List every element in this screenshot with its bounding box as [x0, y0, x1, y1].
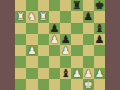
square-c6[interactable] [38, 23, 49, 34]
square-h5[interactable]: ♟ [94, 34, 105, 45]
chess-board: ♜♚♜♞♜♟♟♝♟♟♟♟♟♝♟♟♟♚ [15, 0, 105, 90]
square-b6[interactable] [26, 23, 37, 34]
square-f5[interactable] [71, 34, 82, 45]
square-a8[interactable] [15, 0, 26, 11]
square-c7[interactable]: ♜ [38, 11, 49, 22]
black-pawn-g7[interactable]: ♟ [83, 11, 92, 22]
white-pawn-b4[interactable]: ♟ [27, 45, 36, 56]
black-king-h8[interactable]: ♚ [95, 0, 104, 11]
white-pawn-d5[interactable]: ♟ [50, 34, 59, 45]
square-h7[interactable] [94, 11, 105, 22]
square-g6[interactable] [83, 23, 94, 34]
square-e8[interactable] [60, 0, 71, 11]
square-e5[interactable]: ♟ [60, 34, 71, 45]
square-h4[interactable] [94, 45, 105, 56]
square-e7[interactable] [60, 11, 71, 22]
square-b1[interactable] [26, 79, 37, 90]
square-h1[interactable] [94, 79, 105, 90]
square-a4[interactable] [15, 45, 26, 56]
square-c1[interactable] [38, 79, 49, 90]
white-pawn-h2[interactable]: ♟ [95, 68, 104, 79]
square-f1[interactable] [71, 79, 82, 90]
square-c4[interactable] [38, 45, 49, 56]
square-h2[interactable]: ♟ [94, 68, 105, 79]
square-f2[interactable]: ♟ [71, 68, 82, 79]
square-d5[interactable]: ♟ [49, 34, 60, 45]
square-g1[interactable]: ♚ [83, 79, 94, 90]
square-e4[interactable]: ♟ [60, 45, 71, 56]
square-f3[interactable] [71, 56, 82, 67]
white-pawn-g2[interactable]: ♟ [83, 68, 92, 79]
square-c2[interactable] [38, 68, 49, 79]
square-a6[interactable] [15, 23, 26, 34]
black-bishop-h6[interactable]: ♝ [95, 23, 104, 34]
black-bishop-e2[interactable]: ♝ [61, 68, 70, 79]
square-b7[interactable]: ♞ [26, 11, 37, 22]
square-a7[interactable]: ♜ [15, 11, 26, 22]
square-a1[interactable] [15, 79, 26, 90]
black-pawn-e5[interactable]: ♟ [61, 34, 70, 45]
black-pawn-h5[interactable]: ♟ [95, 34, 104, 45]
square-b4[interactable]: ♟ [26, 45, 37, 56]
square-g8[interactable] [83, 0, 94, 11]
square-g4[interactable] [83, 45, 94, 56]
white-pawn-e4[interactable]: ♟ [61, 45, 70, 56]
square-h6[interactable]: ♝ [94, 23, 105, 34]
square-f4[interactable] [71, 45, 82, 56]
square-d4[interactable] [49, 45, 60, 56]
square-d7[interactable] [49, 11, 60, 22]
white-rook-c7[interactable]: ♜ [38, 11, 47, 22]
square-d6[interactable]: ♟ [49, 23, 60, 34]
square-b5[interactable] [26, 34, 37, 45]
square-e2[interactable]: ♝ [60, 68, 71, 79]
square-d2[interactable] [49, 68, 60, 79]
square-a3[interactable] [15, 56, 26, 67]
square-d8[interactable] [49, 0, 60, 11]
square-f6[interactable] [71, 23, 82, 34]
square-b8[interactable] [26, 0, 37, 11]
square-a5[interactable] [15, 34, 26, 45]
square-g5[interactable] [83, 34, 94, 45]
square-b2[interactable] [26, 68, 37, 79]
square-c8[interactable] [38, 0, 49, 11]
square-g2[interactable]: ♟ [83, 68, 94, 79]
black-rook-f8[interactable]: ♜ [72, 0, 81, 11]
square-e3[interactable] [60, 56, 71, 67]
square-d3[interactable] [49, 56, 60, 67]
square-g7[interactable]: ♟ [83, 11, 94, 22]
square-h8[interactable]: ♚ [94, 0, 105, 11]
square-c3[interactable] [38, 56, 49, 67]
white-knight-b7[interactable]: ♞ [27, 11, 36, 22]
square-h3[interactable] [94, 56, 105, 67]
square-f8[interactable]: ♜ [71, 0, 82, 11]
white-pawn-f2[interactable]: ♟ [72, 68, 81, 79]
white-king-g1[interactable]: ♚ [83, 79, 92, 90]
square-g3[interactable] [83, 56, 94, 67]
square-e1[interactable] [60, 79, 71, 90]
square-f7[interactable] [71, 11, 82, 22]
square-c5[interactable] [38, 34, 49, 45]
app-window: ♜♚♜♞♜♟♟♝♟♟♟♟♟♝♟♟♟♚ [0, 0, 120, 90]
square-a2[interactable] [15, 68, 26, 79]
square-d1[interactable] [49, 79, 60, 90]
square-e6[interactable] [60, 23, 71, 34]
square-b3[interactable] [26, 56, 37, 67]
white-rook-a7[interactable]: ♜ [16, 11, 25, 22]
black-pawn-d6[interactable]: ♟ [50, 23, 59, 34]
